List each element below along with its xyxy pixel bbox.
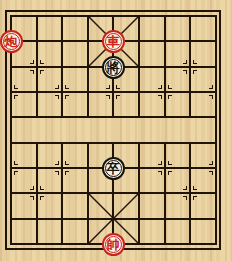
- point-marker: [40, 196, 44, 200]
- piece-glyph: 卒: [107, 161, 120, 174]
- point-marker: [30, 196, 34, 200]
- point-marker: [183, 70, 187, 74]
- point-marker: [55, 95, 59, 99]
- point-marker: [193, 186, 197, 190]
- point-marker: [209, 171, 213, 175]
- point-marker: [168, 161, 172, 165]
- point-marker: [14, 161, 18, 165]
- point-marker: [65, 171, 69, 175]
- black-soldier[interactable]: 卒: [102, 157, 125, 180]
- point-marker: [30, 70, 34, 74]
- point-marker: [55, 171, 59, 175]
- point-marker: [30, 186, 34, 190]
- piece-glyph: 帥: [107, 237, 120, 250]
- point-marker: [158, 95, 162, 99]
- point-marker: [65, 85, 69, 89]
- point-marker: [158, 171, 162, 175]
- point-marker: [193, 196, 197, 200]
- point-marker: [14, 171, 18, 175]
- point-marker: [40, 186, 44, 190]
- point-marker: [65, 161, 69, 165]
- point-marker: [106, 95, 110, 99]
- red-chariot[interactable]: 車: [102, 30, 125, 53]
- piece-glyph: 將: [107, 60, 120, 73]
- point-marker: [183, 60, 187, 64]
- point-marker: [116, 85, 120, 89]
- point-marker: [55, 85, 59, 89]
- piece-glyph: 炮: [5, 34, 18, 47]
- point-marker: [158, 161, 162, 165]
- point-marker: [209, 95, 213, 99]
- point-marker: [158, 85, 162, 89]
- point-marker: [40, 70, 44, 74]
- red-general[interactable]: 帥: [102, 233, 125, 256]
- point-marker: [193, 60, 197, 64]
- point-marker: [55, 161, 59, 165]
- xiangqi-board[interactable]: 炮車將卒帥: [0, 0, 232, 261]
- point-marker: [209, 161, 213, 165]
- piece-glyph: 車: [107, 34, 120, 47]
- point-marker: [183, 196, 187, 200]
- point-marker: [183, 186, 187, 190]
- point-marker: [168, 85, 172, 89]
- point-marker: [106, 85, 110, 89]
- point-marker: [209, 85, 213, 89]
- point-marker: [30, 60, 34, 64]
- black-general[interactable]: 將: [102, 56, 125, 79]
- point-marker: [14, 85, 18, 89]
- point-marker: [193, 70, 197, 74]
- point-marker: [14, 95, 18, 99]
- point-marker: [116, 95, 120, 99]
- point-marker: [168, 95, 172, 99]
- point-marker: [40, 60, 44, 64]
- point-marker: [168, 171, 172, 175]
- point-marker: [65, 95, 69, 99]
- red-cannon[interactable]: 炮: [0, 30, 23, 53]
